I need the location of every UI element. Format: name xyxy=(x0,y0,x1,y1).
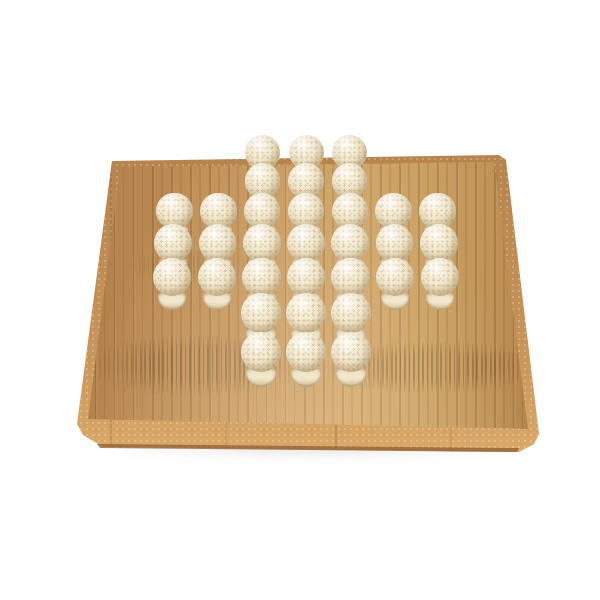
peg-ball xyxy=(376,224,414,262)
peg-ball xyxy=(420,224,458,262)
peg-ball xyxy=(154,224,192,262)
peg-r6c2[interactable] xyxy=(241,332,281,389)
peg-ball xyxy=(153,258,192,297)
pegs-layer xyxy=(0,0,600,600)
peg-r6c4[interactable] xyxy=(331,332,371,389)
peg-ball xyxy=(199,224,237,262)
peg-ball xyxy=(376,258,415,297)
peg-ball xyxy=(287,224,325,262)
peg-ball xyxy=(287,258,326,297)
peg-ball xyxy=(286,293,326,333)
peg-ball xyxy=(242,258,281,297)
product-photo-scene xyxy=(0,0,600,600)
peg-r6c3[interactable] xyxy=(286,332,326,389)
peg-ball xyxy=(421,258,460,297)
peg-r4c5[interactable] xyxy=(376,258,415,312)
peg-r4c0[interactable] xyxy=(153,258,192,312)
peg-ball xyxy=(331,258,370,297)
peg-solitaire-board xyxy=(0,0,600,600)
peg-ball xyxy=(198,258,237,297)
peg-r4c6[interactable] xyxy=(421,258,460,312)
peg-ball xyxy=(331,224,369,262)
peg-ball xyxy=(331,293,371,333)
peg-ball xyxy=(286,332,326,372)
peg-ball xyxy=(243,224,281,262)
peg-r4c1[interactable] xyxy=(198,258,237,312)
peg-ball xyxy=(331,332,371,372)
peg-ball xyxy=(241,332,281,372)
peg-ball xyxy=(241,293,281,333)
